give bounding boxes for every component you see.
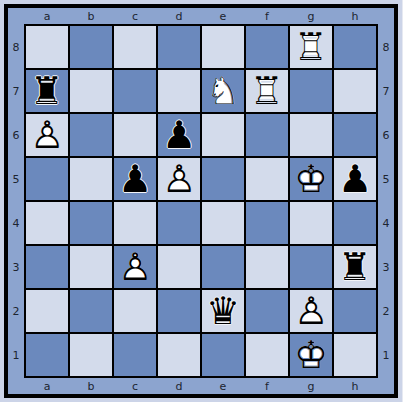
square-b6[interactable] bbox=[70, 114, 112, 156]
rank-label-6: 6 bbox=[378, 114, 394, 156]
square-e3[interactable] bbox=[202, 246, 244, 288]
square-e4[interactable] bbox=[202, 202, 244, 244]
square-e2[interactable]: ♛♕ bbox=[202, 290, 244, 332]
piece-black-rook-h3[interactable]: ♜♖ bbox=[334, 246, 376, 288]
piece-white-king-g1[interactable]: ♚♔ bbox=[290, 334, 332, 376]
black-rook-icon: ♜ bbox=[26, 70, 68, 112]
white-king-outline-icon: ♔ bbox=[290, 334, 332, 376]
rank-label-4: 4 bbox=[378, 202, 394, 244]
rank-label-7: 7 bbox=[8, 70, 24, 112]
square-b1[interactable] bbox=[70, 334, 112, 376]
black-queen-icon: ♛ bbox=[202, 290, 244, 332]
file-label-a: a bbox=[26, 8, 68, 24]
rank-label-6: 6 bbox=[8, 114, 24, 156]
square-d7[interactable] bbox=[158, 70, 200, 112]
square-f5[interactable] bbox=[246, 158, 288, 200]
white-king-outline-icon: ♔ bbox=[290, 158, 332, 200]
file-label-b: b bbox=[70, 378, 112, 394]
square-d8[interactable] bbox=[158, 26, 200, 68]
square-d5[interactable]: ♟♙ bbox=[158, 158, 200, 200]
rank-label-3: 3 bbox=[378, 246, 394, 288]
square-c6[interactable] bbox=[114, 114, 156, 156]
piece-white-pawn-g2[interactable]: ♟♙ bbox=[290, 290, 332, 332]
piece-white-pawn-d5[interactable]: ♟♙ bbox=[158, 158, 200, 200]
rank-labels-left: 87654321 bbox=[8, 24, 24, 378]
square-c3[interactable]: ♟♙ bbox=[114, 246, 156, 288]
square-b4[interactable] bbox=[70, 202, 112, 244]
square-h5[interactable]: ♟♙ bbox=[334, 158, 376, 200]
board: ♜♖♜♖♞♘♜♖♟♙♟♙♟♙♟♙♚♔♟♙♟♙♜♖♛♕♟♙♚♔ bbox=[24, 24, 378, 378]
square-g7[interactable] bbox=[290, 70, 332, 112]
piece-white-rook-f7[interactable]: ♜♖ bbox=[246, 70, 288, 112]
square-h8[interactable] bbox=[334, 26, 376, 68]
square-f8[interactable] bbox=[246, 26, 288, 68]
square-g6[interactable] bbox=[290, 114, 332, 156]
rank-label-5: 5 bbox=[8, 158, 24, 200]
piece-white-knight-e7[interactable]: ♞♘ bbox=[202, 70, 244, 112]
square-c7[interactable] bbox=[114, 70, 156, 112]
square-a8[interactable] bbox=[26, 26, 68, 68]
square-h4[interactable] bbox=[334, 202, 376, 244]
file-label-f: f bbox=[246, 378, 288, 394]
square-c8[interactable] bbox=[114, 26, 156, 68]
square-c4[interactable] bbox=[114, 202, 156, 244]
square-f1[interactable] bbox=[246, 334, 288, 376]
file-label-e: e bbox=[202, 378, 244, 394]
chess-diagram: abcdefgh 87654321 ♜♖♜♖♞♘♜♖♟♙♟♙♟♙♟♙♚♔♟♙♟♙… bbox=[0, 0, 402, 402]
square-h2[interactable] bbox=[334, 290, 376, 332]
file-label-d: d bbox=[158, 8, 200, 24]
square-c1[interactable] bbox=[114, 334, 156, 376]
piece-black-pawn-c5[interactable]: ♟♙ bbox=[114, 158, 156, 200]
square-e8[interactable] bbox=[202, 26, 244, 68]
square-h1[interactable] bbox=[334, 334, 376, 376]
white-knight-outline-icon: ♘ bbox=[202, 70, 244, 112]
square-f2[interactable] bbox=[246, 290, 288, 332]
square-g4[interactable] bbox=[290, 202, 332, 244]
square-d4[interactable] bbox=[158, 202, 200, 244]
piece-white-pawn-a6[interactable]: ♟♙ bbox=[26, 114, 68, 156]
square-a1[interactable] bbox=[26, 334, 68, 376]
black-pawn-icon: ♟ bbox=[158, 114, 200, 156]
rank-label-1: 1 bbox=[8, 334, 24, 376]
file-label-h: h bbox=[334, 378, 376, 394]
square-b5[interactable] bbox=[70, 158, 112, 200]
square-g3[interactable] bbox=[290, 246, 332, 288]
square-e6[interactable] bbox=[202, 114, 244, 156]
square-f3[interactable] bbox=[246, 246, 288, 288]
black-pawn-icon: ♟ bbox=[114, 158, 156, 200]
file-labels-bottom: abcdefgh bbox=[24, 378, 378, 394]
square-d1[interactable] bbox=[158, 334, 200, 376]
piece-black-pawn-h5[interactable]: ♟♙ bbox=[334, 158, 376, 200]
white-pawn-outline-icon: ♙ bbox=[290, 290, 332, 332]
rank-label-1: 1 bbox=[378, 334, 394, 376]
file-label-f: f bbox=[246, 8, 288, 24]
square-h7[interactable] bbox=[334, 70, 376, 112]
square-d2[interactable] bbox=[158, 290, 200, 332]
file-label-g: g bbox=[290, 378, 332, 394]
square-a5[interactable] bbox=[26, 158, 68, 200]
square-a7[interactable]: ♜♖ bbox=[26, 70, 68, 112]
square-b8[interactable] bbox=[70, 26, 112, 68]
file-labels-top: abcdefgh bbox=[24, 8, 378, 24]
piece-black-queen-e2[interactable]: ♛♕ bbox=[202, 290, 244, 332]
square-g2[interactable]: ♟♙ bbox=[290, 290, 332, 332]
square-d3[interactable] bbox=[158, 246, 200, 288]
square-h6[interactable] bbox=[334, 114, 376, 156]
white-rook-outline-icon: ♖ bbox=[290, 26, 332, 68]
file-label-c: c bbox=[114, 378, 156, 394]
rank-label-4: 4 bbox=[8, 202, 24, 244]
rank-label-8: 8 bbox=[378, 26, 394, 68]
rank-label-3: 3 bbox=[8, 246, 24, 288]
file-label-e: e bbox=[202, 8, 244, 24]
square-e5[interactable] bbox=[202, 158, 244, 200]
square-a4[interactable] bbox=[26, 202, 68, 244]
piece-white-pawn-c3[interactable]: ♟♙ bbox=[114, 246, 156, 288]
square-b2[interactable] bbox=[70, 290, 112, 332]
file-label-g: g bbox=[290, 8, 332, 24]
file-label-d: d bbox=[158, 378, 200, 394]
rank-label-2: 2 bbox=[378, 290, 394, 332]
square-f7[interactable]: ♜♖ bbox=[246, 70, 288, 112]
square-b7[interactable] bbox=[70, 70, 112, 112]
square-b3[interactable] bbox=[70, 246, 112, 288]
rank-label-7: 7 bbox=[378, 70, 394, 112]
piece-black-pawn-d6[interactable]: ♟♙ bbox=[158, 114, 200, 156]
rank-label-5: 5 bbox=[378, 158, 394, 200]
piece-black-rook-a7[interactable]: ♜♖ bbox=[26, 70, 68, 112]
square-a3[interactable] bbox=[26, 246, 68, 288]
square-a6[interactable]: ♟♙ bbox=[26, 114, 68, 156]
square-g8[interactable]: ♜♖ bbox=[290, 26, 332, 68]
rank-labels-right: 87654321 bbox=[378, 24, 394, 378]
file-label-h: h bbox=[334, 8, 376, 24]
rank-label-8: 8 bbox=[8, 26, 24, 68]
piece-white-king-g5[interactable]: ♚♔ bbox=[290, 158, 332, 200]
white-pawn-outline-icon: ♙ bbox=[114, 246, 156, 288]
square-e7[interactable]: ♞♘ bbox=[202, 70, 244, 112]
piece-white-rook-g8[interactable]: ♜♖ bbox=[290, 26, 332, 68]
white-rook-outline-icon: ♖ bbox=[246, 70, 288, 112]
file-label-a: a bbox=[26, 378, 68, 394]
square-f6[interactable] bbox=[246, 114, 288, 156]
white-pawn-outline-icon: ♙ bbox=[158, 158, 200, 200]
square-c5[interactable]: ♟♙ bbox=[114, 158, 156, 200]
square-h3[interactable]: ♜♖ bbox=[334, 246, 376, 288]
rank-label-2: 2 bbox=[8, 290, 24, 332]
square-g5[interactable]: ♚♔ bbox=[290, 158, 332, 200]
file-label-c: c bbox=[114, 8, 156, 24]
white-pawn-outline-icon: ♙ bbox=[26, 114, 68, 156]
square-f4[interactable] bbox=[246, 202, 288, 244]
square-d6[interactable]: ♟♙ bbox=[158, 114, 200, 156]
square-g1[interactable]: ♚♔ bbox=[290, 334, 332, 376]
file-label-b: b bbox=[70, 8, 112, 24]
square-c2[interactable] bbox=[114, 290, 156, 332]
square-a2[interactable] bbox=[26, 290, 68, 332]
black-pawn-icon: ♟ bbox=[334, 158, 376, 200]
black-rook-icon: ♜ bbox=[334, 246, 376, 288]
square-e1[interactable] bbox=[202, 334, 244, 376]
board-frame: abcdefgh 87654321 ♜♖♜♖♞♘♜♖♟♙♟♙♟♙♟♙♚♔♟♙♟♙… bbox=[4, 4, 398, 398]
